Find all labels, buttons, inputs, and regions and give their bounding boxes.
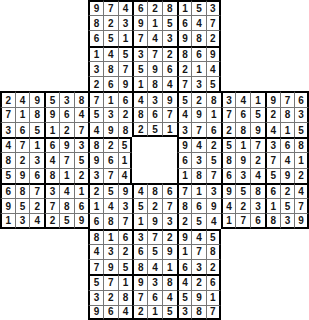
cell-r13c18[interactable]: 8 — [250, 183, 265, 198]
cell-r3c15[interactable]: 2 — [206, 30, 221, 45]
cell-r4c11[interactable]: 7 — [147, 46, 162, 61]
cell-r12c13[interactable]: 1 — [177, 168, 192, 183]
cell-r11c21[interactable]: 1 — [294, 152, 309, 167]
cell-r7c2[interactable]: 4 — [15, 91, 30, 106]
cell-r15c16[interactable]: 1 — [221, 213, 236, 228]
cell-r20c9[interactable]: 8 — [118, 290, 133, 305]
cell-r6c13[interactable]: 7 — [177, 76, 192, 91]
cell-r13c15[interactable]: 3 — [206, 183, 221, 198]
cell-r21c8[interactable]: 6 — [103, 305, 118, 320]
void-space — [294, 61, 309, 76]
cell-r10c3[interactable]: 1 — [29, 137, 44, 152]
cell-r16c8[interactable]: 1 — [103, 229, 118, 244]
cell-r10c19[interactable]: 3 — [265, 137, 280, 152]
cell-r15c1[interactable]: 1 — [0, 213, 15, 228]
cell-r14c4[interactable]: 7 — [44, 198, 59, 213]
cell-r10c20[interactable]: 6 — [280, 137, 295, 152]
cell-r14c14[interactable]: 6 — [191, 198, 206, 213]
cell-r13c16[interactable]: 9 — [221, 183, 236, 198]
cell-r12c4[interactable]: 8 — [44, 168, 59, 183]
cell-r4c7[interactable]: 1 — [88, 46, 103, 61]
cell-r5c15[interactable]: 4 — [206, 61, 221, 76]
cell-r8c11[interactable]: 6 — [147, 107, 162, 122]
cell-r7c11[interactable]: 3 — [147, 91, 162, 106]
cell-r18c14[interactable]: 3 — [191, 259, 206, 274]
cell-r14c5[interactable]: 8 — [59, 198, 74, 213]
cell-r14c10[interactable]: 5 — [132, 198, 147, 213]
cell-r6c15[interactable]: 5 — [206, 76, 221, 91]
cell-r7c4[interactable]: 5 — [44, 91, 59, 106]
cell-r10c17[interactable]: 1 — [235, 137, 250, 152]
cell-r9c15[interactable]: 6 — [206, 122, 221, 137]
cell-r8c1[interactable]: 7 — [0, 107, 15, 122]
void-space — [280, 244, 295, 259]
cell-r10c14[interactable]: 4 — [191, 137, 206, 152]
cell-r11c19[interactable]: 7 — [265, 152, 280, 167]
cell-r19c8[interactable]: 7 — [103, 274, 118, 289]
void-space — [221, 15, 236, 30]
cell-r2c8[interactable]: 2 — [103, 15, 118, 30]
cell-r14c1[interactable]: 9 — [0, 198, 15, 213]
cell-r3c12[interactable]: 3 — [162, 30, 177, 45]
cell-r12c17[interactable]: 3 — [235, 168, 250, 183]
cell-r17c10[interactable]: 6 — [132, 244, 147, 259]
cell-r3c14[interactable]: 8 — [191, 30, 206, 45]
cell-r4c12[interactable]: 2 — [162, 46, 177, 61]
cell-r10c16[interactable]: 5 — [221, 137, 236, 152]
cell-r13c9[interactable]: 9 — [118, 183, 133, 198]
cell-r20c10[interactable]: 7 — [132, 290, 147, 305]
cell-r3c11[interactable]: 4 — [147, 30, 162, 45]
cell-r12c6[interactable]: 2 — [74, 168, 89, 183]
cell-r19c15[interactable]: 6 — [206, 274, 221, 289]
void-space — [221, 0, 236, 15]
cell-r14c7[interactable]: 1 — [88, 198, 103, 213]
cell-r4c13[interactable]: 8 — [177, 46, 192, 61]
cell-r3c10[interactable]: 7 — [132, 30, 147, 45]
cell-r1c7[interactable]: 9 — [88, 0, 103, 15]
cell-r12c2[interactable]: 9 — [15, 168, 30, 183]
cell-r9c8[interactable]: 9 — [103, 122, 118, 137]
cell-r11c17[interactable]: 9 — [235, 152, 250, 167]
void-space — [280, 305, 295, 320]
cell-r7c16[interactable]: 3 — [221, 91, 236, 106]
cell-r15c15[interactable]: 4 — [206, 213, 221, 228]
cell-r1c10[interactable]: 6 — [132, 0, 147, 15]
cell-r11c2[interactable]: 2 — [15, 152, 30, 167]
cell-r7c7[interactable]: 7 — [88, 91, 103, 106]
cell-r21c11[interactable]: 1 — [147, 305, 162, 320]
cell-r4c10[interactable]: 3 — [132, 46, 147, 61]
cell-r19c7[interactable]: 5 — [88, 274, 103, 289]
cell-r17c8[interactable]: 3 — [103, 244, 118, 259]
cell-r9c4[interactable]: 1 — [44, 122, 59, 137]
cell-r12c1[interactable]: 5 — [0, 168, 15, 183]
cell-r8c19[interactable]: 2 — [265, 107, 280, 122]
cell-r14c19[interactable]: 1 — [265, 198, 280, 213]
cell-r9c1[interactable]: 3 — [0, 122, 15, 137]
cell-r12c15[interactable]: 7 — [206, 168, 221, 183]
cell-r13c3[interactable]: 7 — [29, 183, 44, 198]
cell-r9c7[interactable]: 4 — [88, 122, 103, 137]
cell-r8c4[interactable]: 9 — [44, 107, 59, 122]
cell-r17c11[interactable]: 5 — [147, 244, 162, 259]
cell-r8c12[interactable]: 7 — [162, 107, 177, 122]
cell-r7c15[interactable]: 8 — [206, 91, 221, 106]
cell-r13c17[interactable]: 5 — [235, 183, 250, 198]
cell-r10c2[interactable]: 7 — [15, 137, 30, 152]
cell-r1c9[interactable]: 4 — [118, 0, 133, 15]
cell-r5c14[interactable]: 1 — [191, 61, 206, 76]
cell-r9c21[interactable]: 5 — [294, 122, 309, 137]
cell-r10c18[interactable]: 7 — [250, 137, 265, 152]
cell-r8c13[interactable]: 4 — [177, 107, 192, 122]
cell-r2c10[interactable]: 9 — [132, 15, 147, 30]
cell-r1c11[interactable]: 2 — [147, 0, 162, 15]
cell-r15c14[interactable]: 5 — [191, 213, 206, 228]
cell-r9c16[interactable]: 2 — [221, 122, 236, 137]
cell-r8c6[interactable]: 4 — [74, 107, 89, 122]
cell-r7c1[interactable]: 2 — [0, 91, 15, 106]
void-space — [29, 305, 44, 320]
cell-r20c8[interactable]: 2 — [103, 290, 118, 305]
cell-r13c11[interactable]: 8 — [147, 183, 162, 198]
cell-r21c12[interactable]: 5 — [162, 305, 177, 320]
cell-r14c8[interactable]: 4 — [103, 198, 118, 213]
cell-r15c11[interactable]: 9 — [147, 213, 162, 228]
cell-r9c2[interactable]: 6 — [15, 122, 30, 137]
cell-r8c17[interactable]: 6 — [235, 107, 250, 122]
cell-r11c4[interactable]: 4 — [44, 152, 59, 167]
cell-r15c19[interactable]: 8 — [265, 213, 280, 228]
cell-r19c14[interactable]: 2 — [191, 274, 206, 289]
cell-r7c12[interactable]: 9 — [162, 91, 177, 106]
cell-r6c12[interactable]: 4 — [162, 76, 177, 91]
cell-r9c6[interactable]: 7 — [74, 122, 89, 137]
cell-r6c11[interactable]: 8 — [147, 76, 162, 91]
cell-r15c2[interactable]: 3 — [15, 213, 30, 228]
cell-r1c12[interactable]: 8 — [162, 0, 177, 15]
cell-r11c9[interactable]: 1 — [118, 152, 133, 167]
cell-r7c19[interactable]: 9 — [265, 91, 280, 106]
cell-r5c13[interactable]: 2 — [177, 61, 192, 76]
cell-r10c8[interactable]: 2 — [103, 137, 118, 152]
cell-r11c16[interactable]: 8 — [221, 152, 236, 167]
cell-r9c3[interactable]: 5 — [29, 122, 44, 137]
cell-r10c4[interactable]: 6 — [44, 137, 59, 152]
cell-r1c14[interactable]: 5 — [191, 0, 206, 15]
cell-r15c4[interactable]: 2 — [44, 213, 59, 228]
cell-r14c18[interactable]: 3 — [250, 198, 265, 213]
cell-r15c12[interactable]: 3 — [162, 213, 177, 228]
cell-r8c15[interactable]: 1 — [206, 107, 221, 122]
cell-r21c14[interactable]: 8 — [191, 305, 206, 320]
cell-r14c2[interactable]: 5 — [15, 198, 30, 213]
cell-r12c7[interactable]: 3 — [88, 168, 103, 183]
cell-r13c6[interactable]: 1 — [74, 183, 89, 198]
cell-r15c18[interactable]: 6 — [250, 213, 265, 228]
cell-r9c17[interactable]: 8 — [235, 122, 250, 137]
cell-r8c10[interactable]: 8 — [132, 107, 147, 122]
cell-r6c14[interactable]: 3 — [191, 76, 206, 91]
void-space — [74, 305, 89, 320]
cell-r9c12[interactable]: 1 — [162, 122, 177, 137]
void-space — [0, 305, 15, 320]
cell-r18c8[interactable]: 9 — [103, 259, 118, 274]
cell-r13c7[interactable]: 2 — [88, 183, 103, 198]
cell-r15c5[interactable]: 5 — [59, 213, 74, 228]
cell-r12c18[interactable]: 4 — [250, 168, 265, 183]
cell-r8c5[interactable]: 6 — [59, 107, 74, 122]
cell-r15c3[interactable]: 4 — [29, 213, 44, 228]
cell-r8c9[interactable]: 2 — [118, 107, 133, 122]
cell-r10c1[interactable]: 4 — [0, 137, 15, 152]
cell-r17c15[interactable]: 8 — [206, 244, 221, 259]
cell-r8c14[interactable]: 9 — [191, 107, 206, 122]
cell-r18c11[interactable]: 4 — [147, 259, 162, 274]
cell-r11c13[interactable]: 6 — [177, 152, 192, 167]
cell-r16c12[interactable]: 2 — [162, 229, 177, 244]
cell-r19c12[interactable]: 8 — [162, 274, 177, 289]
cell-r11c8[interactable]: 6 — [103, 152, 118, 167]
cell-r4c14[interactable]: 6 — [191, 46, 206, 61]
cell-r2c11[interactable]: 1 — [147, 15, 162, 30]
cell-r7c14[interactable]: 2 — [191, 91, 206, 106]
cell-r8c3[interactable]: 8 — [29, 107, 44, 122]
cell-r9c19[interactable]: 4 — [265, 122, 280, 137]
cell-r14c9[interactable]: 3 — [118, 198, 133, 213]
cell-r8c2[interactable]: 1 — [15, 107, 30, 122]
cell-r9c11[interactable]: 5 — [147, 122, 162, 137]
cell-r5c12[interactable]: 6 — [162, 61, 177, 76]
cell-r16c9[interactable]: 6 — [118, 229, 133, 244]
cell-r14c3[interactable]: 2 — [29, 198, 44, 213]
cell-r14c16[interactable]: 4 — [221, 198, 236, 213]
cell-r14c11[interactable]: 2 — [147, 198, 162, 213]
cell-r10c13[interactable]: 9 — [177, 137, 192, 152]
cell-r15c7[interactable]: 6 — [88, 213, 103, 228]
cell-r2c14[interactable]: 4 — [191, 15, 206, 30]
cell-r13c14[interactable]: 1 — [191, 183, 206, 198]
cell-r11c6[interactable]: 5 — [74, 152, 89, 167]
cell-r19c11[interactable]: 3 — [147, 274, 162, 289]
cell-r15c20[interactable]: 3 — [280, 213, 295, 228]
cell-r11c14[interactable]: 3 — [191, 152, 206, 167]
cell-r12c8[interactable]: 7 — [103, 168, 118, 183]
cell-r8c7[interactable]: 5 — [88, 107, 103, 122]
cell-r9c5[interactable]: 2 — [59, 122, 74, 137]
cell-r13c13[interactable]: 7 — [177, 183, 192, 198]
cell-r12c5[interactable]: 1 — [59, 168, 74, 183]
cell-r9c14[interactable]: 7 — [191, 122, 206, 137]
cell-r19c9[interactable]: 1 — [118, 274, 133, 289]
cell-r15c17[interactable]: 7 — [235, 213, 250, 228]
cell-r11c3[interactable]: 3 — [29, 152, 44, 167]
cell-r1c15[interactable]: 3 — [206, 0, 221, 15]
cell-r13c19[interactable]: 6 — [265, 183, 280, 198]
cell-r17c13[interactable]: 1 — [177, 244, 192, 259]
cell-r18c9[interactable]: 5 — [118, 259, 133, 274]
cell-r8c21[interactable]: 3 — [294, 107, 309, 122]
cell-r16c10[interactable]: 3 — [132, 229, 147, 244]
cell-r10c7[interactable]: 8 — [88, 137, 103, 152]
cell-r19c13[interactable]: 4 — [177, 274, 192, 289]
cell-r17c7[interactable]: 4 — [88, 244, 103, 259]
cell-r7c10[interactable]: 4 — [132, 91, 147, 106]
cell-r12c21[interactable]: 2 — [294, 168, 309, 183]
cell-r3c8[interactable]: 5 — [103, 30, 118, 45]
cell-r15c9[interactable]: 7 — [118, 213, 133, 228]
cell-r8c18[interactable]: 5 — [250, 107, 265, 122]
cell-r9c18[interactable]: 9 — [250, 122, 265, 137]
cell-r18c15[interactable]: 2 — [206, 259, 221, 274]
cell-r11c5[interactable]: 7 — [59, 152, 74, 167]
cell-r20c15[interactable]: 1 — [206, 290, 221, 305]
cell-r6c8[interactable]: 6 — [103, 76, 118, 91]
cell-r21c9[interactable]: 4 — [118, 305, 133, 320]
cell-r5c7[interactable]: 3 — [88, 61, 103, 76]
cell-r20c11[interactable]: 6 — [147, 290, 162, 305]
cell-r10c9[interactable]: 5 — [118, 137, 133, 152]
cell-r3c9[interactable]: 1 — [118, 30, 133, 45]
cell-r13c21[interactable]: 4 — [294, 183, 309, 198]
void-space — [29, 274, 44, 289]
cell-r16c13[interactable]: 9 — [177, 229, 192, 244]
cell-r9c13[interactable]: 3 — [177, 122, 192, 137]
cell-r17c14[interactable]: 7 — [191, 244, 206, 259]
cell-r18c13[interactable]: 6 — [177, 259, 192, 274]
cell-r11c7[interactable]: 9 — [88, 152, 103, 167]
void-space — [44, 76, 59, 91]
cell-r20c7[interactable]: 3 — [88, 290, 103, 305]
cell-r7c5[interactable]: 3 — [59, 91, 74, 106]
cell-r12c14[interactable]: 8 — [191, 168, 206, 183]
cell-r14c13[interactable]: 8 — [177, 198, 192, 213]
cell-r5c10[interactable]: 5 — [132, 61, 147, 76]
cell-r7c21[interactable]: 6 — [294, 91, 309, 106]
cell-r7c8[interactable]: 1 — [103, 91, 118, 106]
cell-r10c15[interactable]: 2 — [206, 137, 221, 152]
cell-r8c20[interactable]: 8 — [280, 107, 295, 122]
cell-r14c17[interactable]: 2 — [235, 198, 250, 213]
cell-r3c7[interactable]: 6 — [88, 30, 103, 45]
cell-r16c15[interactable]: 5 — [206, 229, 221, 244]
cell-r13c20[interactable]: 2 — [280, 183, 295, 198]
cell-r6c9[interactable]: 9 — [118, 76, 133, 91]
cell-r7c17[interactable]: 4 — [235, 91, 250, 106]
cell-r11c1[interactable]: 8 — [0, 152, 15, 167]
cell-r14c15[interactable]: 9 — [206, 198, 221, 213]
cell-r2c9[interactable]: 3 — [118, 15, 133, 30]
cell-r4c15[interactable]: 9 — [206, 46, 221, 61]
cell-r8c16[interactable]: 7 — [221, 107, 236, 122]
cell-r13c10[interactable]: 4 — [132, 183, 147, 198]
cell-r1c8[interactable]: 7 — [103, 0, 118, 15]
cell-r20c13[interactable]: 5 — [177, 290, 192, 305]
cell-r15c21[interactable]: 9 — [294, 213, 309, 228]
cell-r12c20[interactable]: 9 — [280, 168, 295, 183]
cell-r12c9[interactable]: 4 — [118, 168, 133, 183]
cell-r19c10[interactable]: 9 — [132, 274, 147, 289]
cell-r6c7[interactable]: 2 — [88, 76, 103, 91]
cell-r4c9[interactable]: 5 — [118, 46, 133, 61]
cell-r21c10[interactable]: 2 — [132, 305, 147, 320]
cell-r7c3[interactable]: 9 — [29, 91, 44, 106]
cell-r10c5[interactable]: 9 — [59, 137, 74, 152]
cell-r11c15[interactable]: 5 — [206, 152, 221, 167]
cell-r12c16[interactable]: 6 — [221, 168, 236, 183]
cell-r13c2[interactable]: 8 — [15, 183, 30, 198]
cell-r10c21[interactable]: 8 — [294, 137, 309, 152]
cell-r9c9[interactable]: 8 — [118, 122, 133, 137]
cell-r2c7[interactable]: 8 — [88, 15, 103, 30]
cell-r13c1[interactable]: 6 — [0, 183, 15, 198]
cell-r9c10[interactable]: 2 — [132, 122, 147, 137]
cell-r2c13[interactable]: 6 — [177, 15, 192, 30]
cell-r14c20[interactable]: 5 — [280, 198, 295, 213]
cell-r13c4[interactable]: 3 — [44, 183, 59, 198]
cell-r7c13[interactable]: 5 — [177, 91, 192, 106]
cell-r14c12[interactable]: 7 — [162, 198, 177, 213]
cell-r5c11[interactable]: 9 — [147, 61, 162, 76]
cell-r13c12[interactable]: 6 — [162, 183, 177, 198]
cell-r7c6[interactable]: 8 — [74, 91, 89, 106]
cell-r16c11[interactable]: 7 — [147, 229, 162, 244]
void-space — [15, 305, 30, 320]
cell-r15c8[interactable]: 8 — [103, 213, 118, 228]
cell-r2c12[interactable]: 5 — [162, 15, 177, 30]
cell-r18c10[interactable]: 8 — [132, 259, 147, 274]
cell-r20c12[interactable]: 4 — [162, 290, 177, 305]
cell-r21c7[interactable]: 9 — [88, 305, 103, 320]
cell-r8c8[interactable]: 3 — [103, 107, 118, 122]
cell-r14c21[interactable]: 7 — [294, 198, 309, 213]
cell-r3c13[interactable]: 9 — [177, 30, 192, 45]
cell-r18c12[interactable]: 1 — [162, 259, 177, 274]
cell-r15c10[interactable]: 1 — [132, 213, 147, 228]
cell-r2c15[interactable]: 7 — [206, 15, 221, 30]
cell-r15c13[interactable]: 2 — [177, 213, 192, 228]
cell-r17c12[interactable]: 9 — [162, 244, 177, 259]
cell-r5c8[interactable]: 8 — [103, 61, 118, 76]
cell-r16c14[interactable]: 4 — [191, 229, 206, 244]
cell-r7c20[interactable]: 7 — [280, 91, 295, 106]
cell-r11c20[interactable]: 4 — [280, 152, 295, 167]
cell-r6c10[interactable]: 1 — [132, 76, 147, 91]
cell-r20c14[interactable]: 9 — [191, 290, 206, 305]
cell-r21c13[interactable]: 3 — [177, 305, 192, 320]
cell-r15c6[interactable]: 9 — [74, 213, 89, 228]
cell-r11c18[interactable]: 2 — [250, 152, 265, 167]
cell-r7c9[interactable]: 6 — [118, 91, 133, 106]
cell-r16c7[interactable]: 8 — [88, 229, 103, 244]
cell-r13c5[interactable]: 4 — [59, 183, 74, 198]
cell-r9c20[interactable]: 1 — [280, 122, 295, 137]
void-space — [59, 0, 74, 15]
cell-r4c8[interactable]: 4 — [103, 46, 118, 61]
cell-r12c19[interactable]: 5 — [265, 168, 280, 183]
cell-r10c6[interactable]: 3 — [74, 137, 89, 152]
cell-r17c9[interactable]: 2 — [118, 244, 133, 259]
cell-r1c13[interactable]: 1 — [177, 0, 192, 15]
cell-r18c7[interactable]: 7 — [88, 259, 103, 274]
cell-r12c3[interactable]: 6 — [29, 168, 44, 183]
cell-r14c6[interactable]: 6 — [74, 198, 89, 213]
cell-r7c18[interactable]: 1 — [250, 91, 265, 106]
cell-r21c15[interactable]: 7 — [206, 305, 221, 320]
cell-r5c9[interactable]: 7 — [118, 61, 133, 76]
cell-r13c8[interactable]: 5 — [103, 183, 118, 198]
